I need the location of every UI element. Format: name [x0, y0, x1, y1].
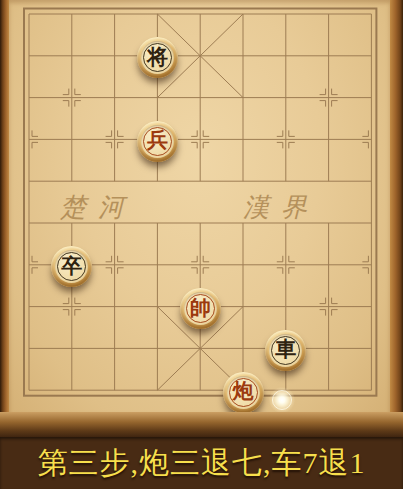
piece-glyph: 兵	[147, 130, 168, 151]
piece-red-soldier[interactable]: 兵	[137, 121, 178, 162]
board-grid	[0, 0, 403, 437]
xiangqi-board[interactable]: 楚河 漢界 将兵卒帥車炮	[0, 0, 403, 437]
sparkle-effect	[269, 387, 295, 413]
piece-glyph: 将	[147, 46, 168, 67]
piece-black-general[interactable]: 将	[137, 37, 178, 78]
xiangqi-app: 楚河 漢界 将兵卒帥車炮 第三步,炮三退七,车7退1	[0, 0, 403, 489]
piece-red-general[interactable]: 帥	[180, 288, 221, 329]
piece-red-cannon[interactable]: 炮	[223, 372, 264, 413]
piece-glyph: 炮	[233, 381, 254, 402]
piece-glyph: 車	[275, 339, 296, 360]
piece-glyph: 卒	[61, 255, 82, 276]
piece-glyph: 帥	[190, 297, 211, 318]
move-caption-text: 第三步,炮三退七,车7退1	[38, 443, 366, 484]
move-caption-bar: 第三步,炮三退七,车7退1	[0, 437, 403, 489]
board-bottom-bevel	[0, 412, 403, 437]
piece-black-chariot[interactable]: 車	[265, 330, 306, 371]
